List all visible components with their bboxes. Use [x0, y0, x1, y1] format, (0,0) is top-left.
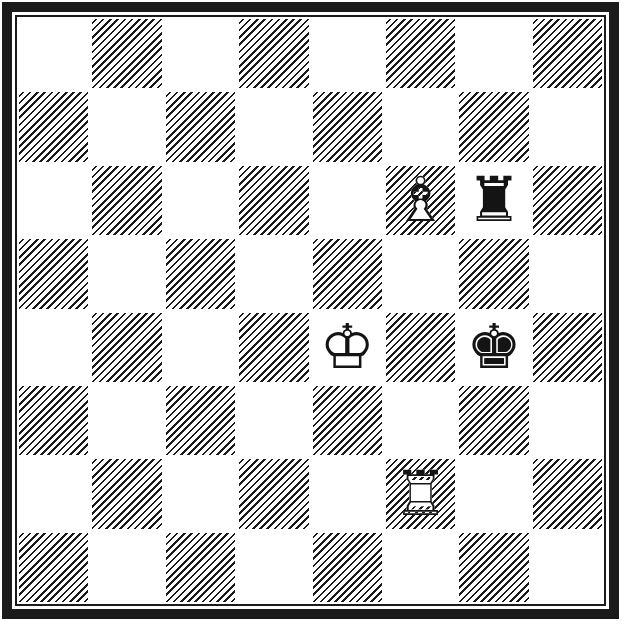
- square-b4[interactable]: [90, 311, 163, 384]
- square-g3[interactable]: [457, 384, 530, 457]
- board-inner-frame: ♝♗♜♜♚♔♚♚♜♖: [15, 15, 606, 606]
- chess-board: ♝♗♜♜♚♔♚♚♜♖: [17, 17, 604, 604]
- black-rook-icon: ♜: [457, 164, 530, 237]
- square-f3[interactable]: [384, 384, 457, 457]
- square-e7[interactable]: [311, 90, 384, 163]
- square-h6[interactable]: [531, 164, 604, 237]
- square-d2[interactable]: [237, 457, 310, 530]
- square-a2[interactable]: [17, 457, 90, 530]
- square-b5[interactable]: [90, 237, 163, 310]
- square-b3[interactable]: [90, 384, 163, 457]
- square-c2[interactable]: [164, 457, 237, 530]
- piece-white-bishop[interactable]: ♝♗: [384, 164, 457, 237]
- piece-black-king[interactable]: ♚♚: [457, 311, 530, 384]
- square-g2[interactable]: [457, 457, 530, 530]
- square-a6[interactable]: [17, 164, 90, 237]
- square-c6[interactable]: [164, 164, 237, 237]
- square-a7[interactable]: [17, 90, 90, 163]
- square-d5[interactable]: [237, 237, 310, 310]
- square-c3[interactable]: [164, 384, 237, 457]
- piece-black-rook[interactable]: ♜♜: [457, 164, 530, 237]
- square-d4[interactable]: [237, 311, 310, 384]
- black-king-icon: ♚: [457, 311, 530, 384]
- square-a8[interactable]: [17, 17, 90, 90]
- square-c8[interactable]: [164, 17, 237, 90]
- white-bishop-icon: ♗: [384, 164, 457, 237]
- square-f8[interactable]: [384, 17, 457, 90]
- white-rook-icon: ♖: [384, 457, 457, 530]
- square-a5[interactable]: [17, 237, 90, 310]
- square-g8[interactable]: [457, 17, 530, 90]
- square-c7[interactable]: [164, 90, 237, 163]
- square-e3[interactable]: [311, 384, 384, 457]
- square-d7[interactable]: [237, 90, 310, 163]
- square-g4[interactable]: ♚♚: [457, 311, 530, 384]
- square-c5[interactable]: [164, 237, 237, 310]
- square-a1[interactable]: [17, 531, 90, 604]
- square-f5[interactable]: [384, 237, 457, 310]
- square-e4[interactable]: ♚♔: [311, 311, 384, 384]
- piece-white-rook[interactable]: ♜♖: [384, 457, 457, 530]
- square-c4[interactable]: [164, 311, 237, 384]
- square-g1[interactable]: [457, 531, 530, 604]
- square-e6[interactable]: [311, 164, 384, 237]
- square-d6[interactable]: [237, 164, 310, 237]
- square-h7[interactable]: [531, 90, 604, 163]
- square-b6[interactable]: [90, 164, 163, 237]
- board-outer-frame: ♝♗♜♜♚♔♚♚♜♖: [2, 2, 619, 619]
- square-b2[interactable]: [90, 457, 163, 530]
- square-h3[interactable]: [531, 384, 604, 457]
- white-king-icon: ♔: [311, 311, 384, 384]
- square-b8[interactable]: [90, 17, 163, 90]
- square-g6[interactable]: ♜♜: [457, 164, 530, 237]
- square-h2[interactable]: [531, 457, 604, 530]
- square-g7[interactable]: [457, 90, 530, 163]
- square-f2[interactable]: ♜♖: [384, 457, 457, 530]
- square-c1[interactable]: [164, 531, 237, 604]
- square-d8[interactable]: [237, 17, 310, 90]
- square-f4[interactable]: [384, 311, 457, 384]
- square-h5[interactable]: [531, 237, 604, 310]
- square-h4[interactable]: [531, 311, 604, 384]
- square-b7[interactable]: [90, 90, 163, 163]
- chess-diagram: ♝♗♜♜♚♔♚♚♜♖: [0, 0, 625, 625]
- square-a3[interactable]: [17, 384, 90, 457]
- square-f7[interactable]: [384, 90, 457, 163]
- square-e2[interactable]: [311, 457, 384, 530]
- square-f6[interactable]: ♝♗: [384, 164, 457, 237]
- square-h8[interactable]: [531, 17, 604, 90]
- square-a4[interactable]: [17, 311, 90, 384]
- square-e5[interactable]: [311, 237, 384, 310]
- square-d1[interactable]: [237, 531, 310, 604]
- piece-white-king[interactable]: ♚♔: [311, 311, 384, 384]
- square-g5[interactable]: [457, 237, 530, 310]
- square-b1[interactable]: [90, 531, 163, 604]
- square-f1[interactable]: [384, 531, 457, 604]
- square-e8[interactable]: [311, 17, 384, 90]
- square-d3[interactable]: [237, 384, 310, 457]
- square-e1[interactable]: [311, 531, 384, 604]
- square-h1[interactable]: [531, 531, 604, 604]
